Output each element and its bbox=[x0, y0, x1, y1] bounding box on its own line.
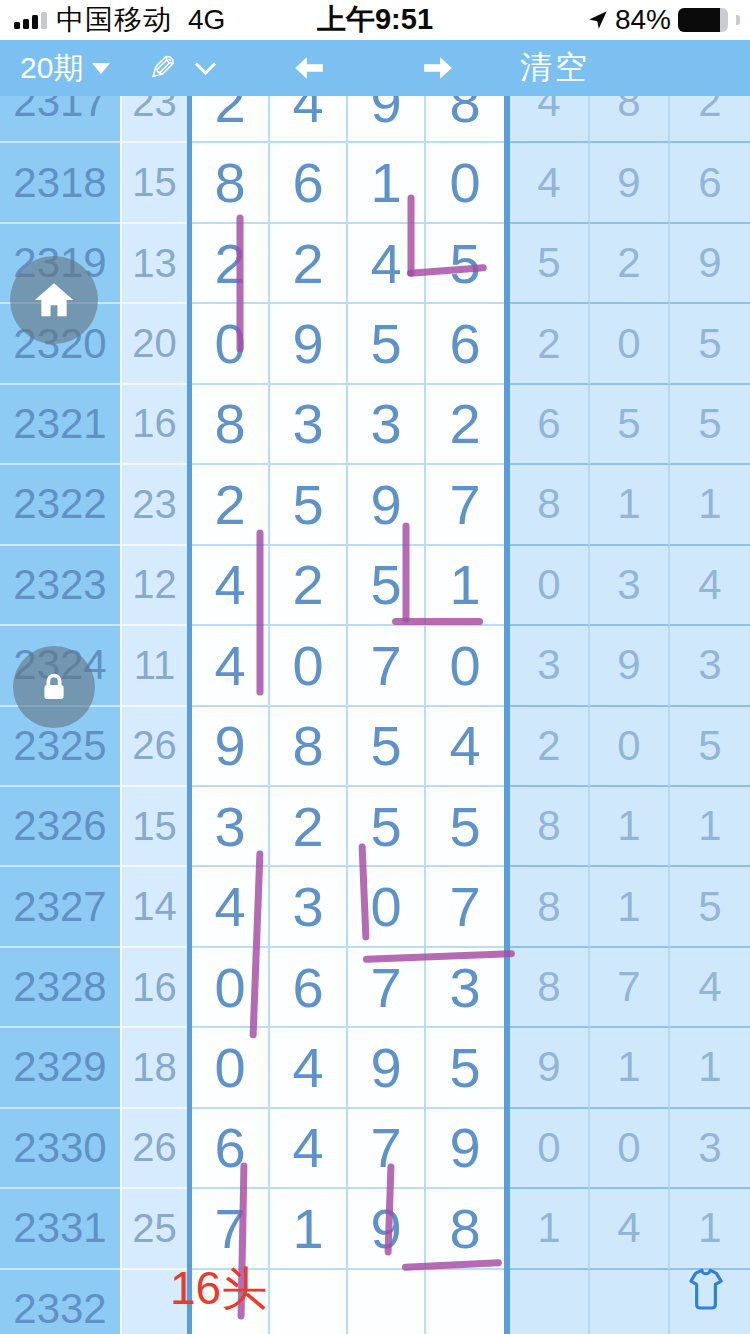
digit-cell[interactable]: 5 bbox=[348, 787, 426, 867]
extra-cell: 5 bbox=[670, 304, 750, 384]
digit-cell[interactable]: 4 bbox=[426, 707, 504, 787]
extra-cell: 1 bbox=[670, 1028, 750, 1108]
period-cell: 2328 bbox=[0, 948, 120, 1028]
digit-cell[interactable]: 0 bbox=[426, 143, 504, 223]
period-cell: 2326 bbox=[0, 787, 120, 867]
extra-cell bbox=[510, 1270, 590, 1334]
digit-cells: 4307 bbox=[187, 867, 510, 947]
extra-cell: 9 bbox=[510, 1028, 590, 1108]
digit-cell[interactable]: 2 bbox=[270, 224, 348, 304]
sum-cell: 12 bbox=[120, 546, 187, 626]
table-row: 2326153255811 bbox=[0, 787, 750, 867]
digit-cell[interactable]: 6 bbox=[270, 143, 348, 223]
trend-table-viewport[interactable]: 2317232498482231815861049623191322455292… bbox=[0, 96, 750, 1334]
home-icon bbox=[31, 277, 77, 323]
digit-cells: 8610 bbox=[187, 143, 510, 223]
digit-cell[interactable]: 2 bbox=[426, 385, 504, 465]
home-button[interactable] bbox=[10, 256, 98, 344]
digit-cells: 4070 bbox=[187, 626, 510, 706]
digit-cell[interactable]: 2 bbox=[192, 224, 270, 304]
extra-cell: 5 bbox=[670, 867, 750, 947]
digit-cell[interactable]: 9 bbox=[192, 707, 270, 787]
extra-cell: 9 bbox=[590, 626, 670, 706]
sum-cell: 15 bbox=[120, 787, 187, 867]
table-row: 2330266479003 bbox=[0, 1109, 750, 1189]
digit-cell[interactable]: 4 bbox=[192, 867, 270, 947]
extra-cell: 2 bbox=[670, 96, 750, 143]
extra-cell: 5 bbox=[670, 385, 750, 465]
period-cell: 2323 bbox=[0, 546, 120, 626]
digit-cell[interactable]: 9 bbox=[348, 1189, 426, 1269]
extra-cell: 0 bbox=[510, 1109, 590, 1189]
extra-cell: 1 bbox=[590, 787, 670, 867]
extra-cell: 1 bbox=[590, 465, 670, 545]
period-cell: 2317 bbox=[0, 96, 120, 143]
digit-cell[interactable]: 2 bbox=[192, 96, 270, 143]
sum-cell: 23 bbox=[120, 96, 187, 143]
period-cell: 2322 bbox=[0, 465, 120, 545]
sum-cell: 23 bbox=[120, 465, 187, 545]
digit-cell[interactable]: 2 bbox=[270, 546, 348, 626]
table-row: 2317232498482 bbox=[0, 96, 750, 143]
period-cell: 2331 bbox=[0, 1189, 120, 1269]
digit-cell[interactable]: 7 bbox=[348, 626, 426, 706]
digit-cell[interactable]: 4 bbox=[270, 96, 348, 143]
digit-cell[interactable]: 3 bbox=[192, 787, 270, 867]
digit-cell[interactable]: 0 bbox=[270, 626, 348, 706]
extra-cell: 8 bbox=[510, 787, 590, 867]
pencil-tool-button[interactable]: ✎ bbox=[148, 40, 177, 96]
period-cell: 2321 bbox=[0, 385, 120, 465]
digit-cell[interactable]: 5 bbox=[426, 1028, 504, 1108]
digit-cells: 6479 bbox=[187, 1109, 510, 1189]
sum-cell: 15 bbox=[120, 143, 187, 223]
digit-cell[interactable]: 7 bbox=[348, 948, 426, 1028]
period-cell: 2330 bbox=[0, 1109, 120, 1189]
next-page-button[interactable] bbox=[422, 40, 454, 96]
toolbar: 20期 ✎ 清空 bbox=[0, 40, 750, 96]
table-row: 2331257198141 bbox=[0, 1189, 750, 1269]
extra-cell: 6 bbox=[510, 385, 590, 465]
extra-cell: 2 bbox=[590, 224, 670, 304]
digit-cells: 2498 bbox=[187, 96, 510, 143]
digit-cell[interactable]: 5 bbox=[426, 787, 504, 867]
digit-cell[interactable]: 0 bbox=[192, 1028, 270, 1108]
extra-cell: 2 bbox=[510, 707, 590, 787]
extra-cell: 8 bbox=[510, 948, 590, 1028]
digit-cells: 2597 bbox=[187, 465, 510, 545]
period-cell: 2332 bbox=[0, 1270, 120, 1334]
digit-cell[interactable]: 8 bbox=[426, 96, 504, 143]
digit-cell[interactable]: 2 bbox=[270, 787, 348, 867]
sum-cell: 16 bbox=[120, 385, 187, 465]
digit-cell[interactable]: 4 bbox=[270, 1028, 348, 1108]
digit-cell[interactable]: 3 bbox=[348, 385, 426, 465]
location-arrow-icon bbox=[588, 10, 608, 30]
extra-cell: 4 bbox=[510, 143, 590, 223]
digit-cell[interactable]: 0 bbox=[192, 948, 270, 1028]
digit-cells: 2245 bbox=[187, 224, 510, 304]
digit-cell[interactable]: 0 bbox=[348, 867, 426, 947]
extra-cell: 3 bbox=[670, 626, 750, 706]
period-cell: 2318 bbox=[0, 143, 120, 223]
period-selector-label: 20期 bbox=[20, 48, 83, 89]
digit-cell[interactable]: 9 bbox=[270, 304, 348, 384]
tshirt-button[interactable] bbox=[680, 1264, 732, 1316]
digit-cell[interactable]: 6 bbox=[426, 304, 504, 384]
sum-cell: 11 bbox=[120, 626, 187, 706]
digit-cell[interactable] bbox=[348, 1270, 426, 1334]
digit-cell[interactable]: 0 bbox=[426, 626, 504, 706]
extra-cell: 4 bbox=[510, 96, 590, 143]
extra-cell: 3 bbox=[510, 626, 590, 706]
digit-cell[interactable]: 0 bbox=[192, 304, 270, 384]
extra-cell: 3 bbox=[670, 1109, 750, 1189]
extra-cell: 1 bbox=[510, 1189, 590, 1269]
digit-cell[interactable]: 5 bbox=[270, 465, 348, 545]
lock-button[interactable] bbox=[13, 646, 95, 728]
digit-cell[interactable]: 5 bbox=[348, 546, 426, 626]
digit-cell[interactable]: 3 bbox=[426, 948, 504, 1028]
extra-cell: 5 bbox=[510, 224, 590, 304]
period-cell: 2329 bbox=[0, 1028, 120, 1108]
extra-cell: 1 bbox=[590, 867, 670, 947]
digit-cell[interactable]: 7 bbox=[348, 1109, 426, 1189]
digit-cells: 4251 bbox=[187, 546, 510, 626]
digit-cell[interactable]: 5 bbox=[348, 707, 426, 787]
digit-cell[interactable]: 5 bbox=[348, 304, 426, 384]
clear-button[interactable]: 清空 bbox=[520, 40, 590, 96]
digit-cell[interactable]: 7 bbox=[426, 465, 504, 545]
table-row: 2321168332655 bbox=[0, 385, 750, 465]
extra-cell: 5 bbox=[670, 707, 750, 787]
extra-cell: 8 bbox=[510, 867, 590, 947]
battery-tip bbox=[736, 15, 740, 25]
digit-cell[interactable]: 3 bbox=[270, 385, 348, 465]
table-row: 2332 bbox=[0, 1270, 750, 1334]
table-row: 2319132245529 bbox=[0, 224, 750, 304]
extra-cell: 8 bbox=[510, 465, 590, 545]
battery-icon bbox=[678, 8, 728, 32]
sum-cell: 20 bbox=[120, 304, 187, 384]
sum-cell: 13 bbox=[120, 224, 187, 304]
sum-cell: 16 bbox=[120, 948, 187, 1028]
table-row: 2328160673874 bbox=[0, 948, 750, 1028]
table-row: 2320200956205 bbox=[0, 304, 750, 384]
digit-cell[interactable]: 8 bbox=[270, 707, 348, 787]
extra-cell: 3 bbox=[590, 546, 670, 626]
extra-cell: 7 bbox=[590, 948, 670, 1028]
table-row: 2323124251034 bbox=[0, 546, 750, 626]
sum-cell: 26 bbox=[120, 1109, 187, 1189]
extra-cell bbox=[590, 1270, 670, 1334]
table-row: 2322232597811 bbox=[0, 465, 750, 545]
extra-cell: 1 bbox=[670, 787, 750, 867]
digit-cell[interactable]: 8 bbox=[192, 143, 270, 223]
tshirt-icon bbox=[681, 1267, 731, 1313]
extra-cell: 0 bbox=[590, 304, 670, 384]
digit-cells: 0495 bbox=[187, 1028, 510, 1108]
extra-cell: 0 bbox=[510, 546, 590, 626]
extra-cell: 8 bbox=[590, 96, 670, 143]
digit-cell[interactable] bbox=[270, 1270, 348, 1334]
digit-cell[interactable]: 6 bbox=[270, 948, 348, 1028]
digit-cell[interactable]: 9 bbox=[348, 96, 426, 143]
extra-cell: 5 bbox=[590, 385, 670, 465]
extra-cell: 9 bbox=[670, 224, 750, 304]
digit-cell[interactable]: 8 bbox=[192, 385, 270, 465]
table-row: 2327144307815 bbox=[0, 867, 750, 947]
digit-cell[interactable]: 9 bbox=[426, 1109, 504, 1189]
extra-cell: 6 bbox=[670, 143, 750, 223]
extra-cell: 1 bbox=[670, 1189, 750, 1269]
extra-cell: 0 bbox=[590, 1109, 670, 1189]
digit-cell[interactable]: 1 bbox=[426, 546, 504, 626]
sum-cell: 18 bbox=[120, 1028, 187, 1108]
extra-cell: 4 bbox=[590, 1189, 670, 1269]
caret-down-icon bbox=[92, 63, 110, 74]
extra-cell: 0 bbox=[590, 707, 670, 787]
digit-cell[interactable]: 2 bbox=[192, 465, 270, 545]
digit-cell[interactable]: 4 bbox=[270, 1109, 348, 1189]
digit-cell[interactable]: 3 bbox=[270, 867, 348, 947]
table-row: 2329180495911 bbox=[0, 1028, 750, 1108]
extra-cell: 4 bbox=[670, 948, 750, 1028]
digit-cell[interactable]: 4 bbox=[192, 626, 270, 706]
digit-cell[interactable]: 4 bbox=[348, 224, 426, 304]
extra-cell: 1 bbox=[590, 1028, 670, 1108]
extra-cell: 2 bbox=[510, 304, 590, 384]
prev-page-button[interactable] bbox=[293, 40, 325, 96]
digit-cell[interactable]: 1 bbox=[270, 1189, 348, 1269]
extra-cell: 1 bbox=[670, 465, 750, 545]
extra-cell: 4 bbox=[670, 546, 750, 626]
digit-cells: 8332 bbox=[187, 385, 510, 465]
table-row: 2318158610496 bbox=[0, 143, 750, 223]
lock-icon bbox=[37, 670, 71, 704]
digit-cell[interactable]: 9 bbox=[348, 465, 426, 545]
head-count-label: 16头 bbox=[170, 1258, 267, 1320]
battery-percent-label: 84% bbox=[615, 4, 671, 36]
digit-cell[interactable] bbox=[426, 1270, 504, 1334]
digit-cell[interactable]: 6 bbox=[192, 1109, 270, 1189]
digit-cell[interactable]: 5 bbox=[426, 224, 504, 304]
digit-cells: 0673 bbox=[187, 948, 510, 1028]
digit-cells: 3255 bbox=[187, 787, 510, 867]
extra-cell: 9 bbox=[590, 143, 670, 223]
digit-cell[interactable]: 7 bbox=[426, 867, 504, 947]
digit-cell[interactable]: 4 bbox=[192, 546, 270, 626]
chevron-down-icon[interactable] bbox=[198, 40, 213, 96]
digit-cells: 9854 bbox=[187, 707, 510, 787]
digit-cells: 0956 bbox=[187, 304, 510, 384]
status-bar: 中国移动 4G 上午9:51 84% bbox=[0, 0, 750, 40]
sum-cell: 26 bbox=[120, 707, 187, 787]
trend-table: 2317232498482231815861049623191322455292… bbox=[0, 96, 750, 1334]
period-selector[interactable]: 20期 bbox=[20, 40, 110, 96]
digit-cell[interactable]: 1 bbox=[348, 143, 426, 223]
digit-cell[interactable]: 9 bbox=[348, 1028, 426, 1108]
digit-cell[interactable]: 8 bbox=[426, 1189, 504, 1269]
sum-cell: 14 bbox=[120, 867, 187, 947]
period-cell: 2327 bbox=[0, 867, 120, 947]
table-row: 2325269854205 bbox=[0, 707, 750, 787]
table-row: 2324114070393 bbox=[0, 626, 750, 706]
